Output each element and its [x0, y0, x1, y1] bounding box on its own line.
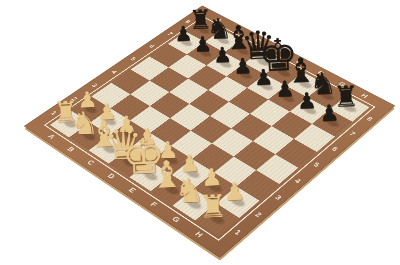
- rank-label-right-8: 8: [360, 113, 379, 126]
- chess-scene: AABBCCDDEEFFGGHH1122334455667788 ♜♞♝♛♚♝♞…: [0, 0, 400, 265]
- rank-label-right-5: 5: [306, 158, 326, 172]
- black-pawn-glyph: ♟: [304, 101, 355, 126]
- rank-label-right-7: 7: [343, 127, 363, 140]
- chess-board: AABBCCDDEEFFGGHH1122334455667788 ♜♞♝♛♚♝♞…: [24, 6, 396, 258]
- rank-label-right-3: 3: [268, 190, 289, 205]
- rank-label-right-6: 6: [325, 142, 345, 156]
- rank-label-right-2: 2: [248, 207, 269, 222]
- rank-label-right-4: 4: [287, 174, 307, 189]
- rank-label-right-1: 1: [227, 224, 248, 240]
- white-rook-glyph: ♜: [185, 189, 241, 223]
